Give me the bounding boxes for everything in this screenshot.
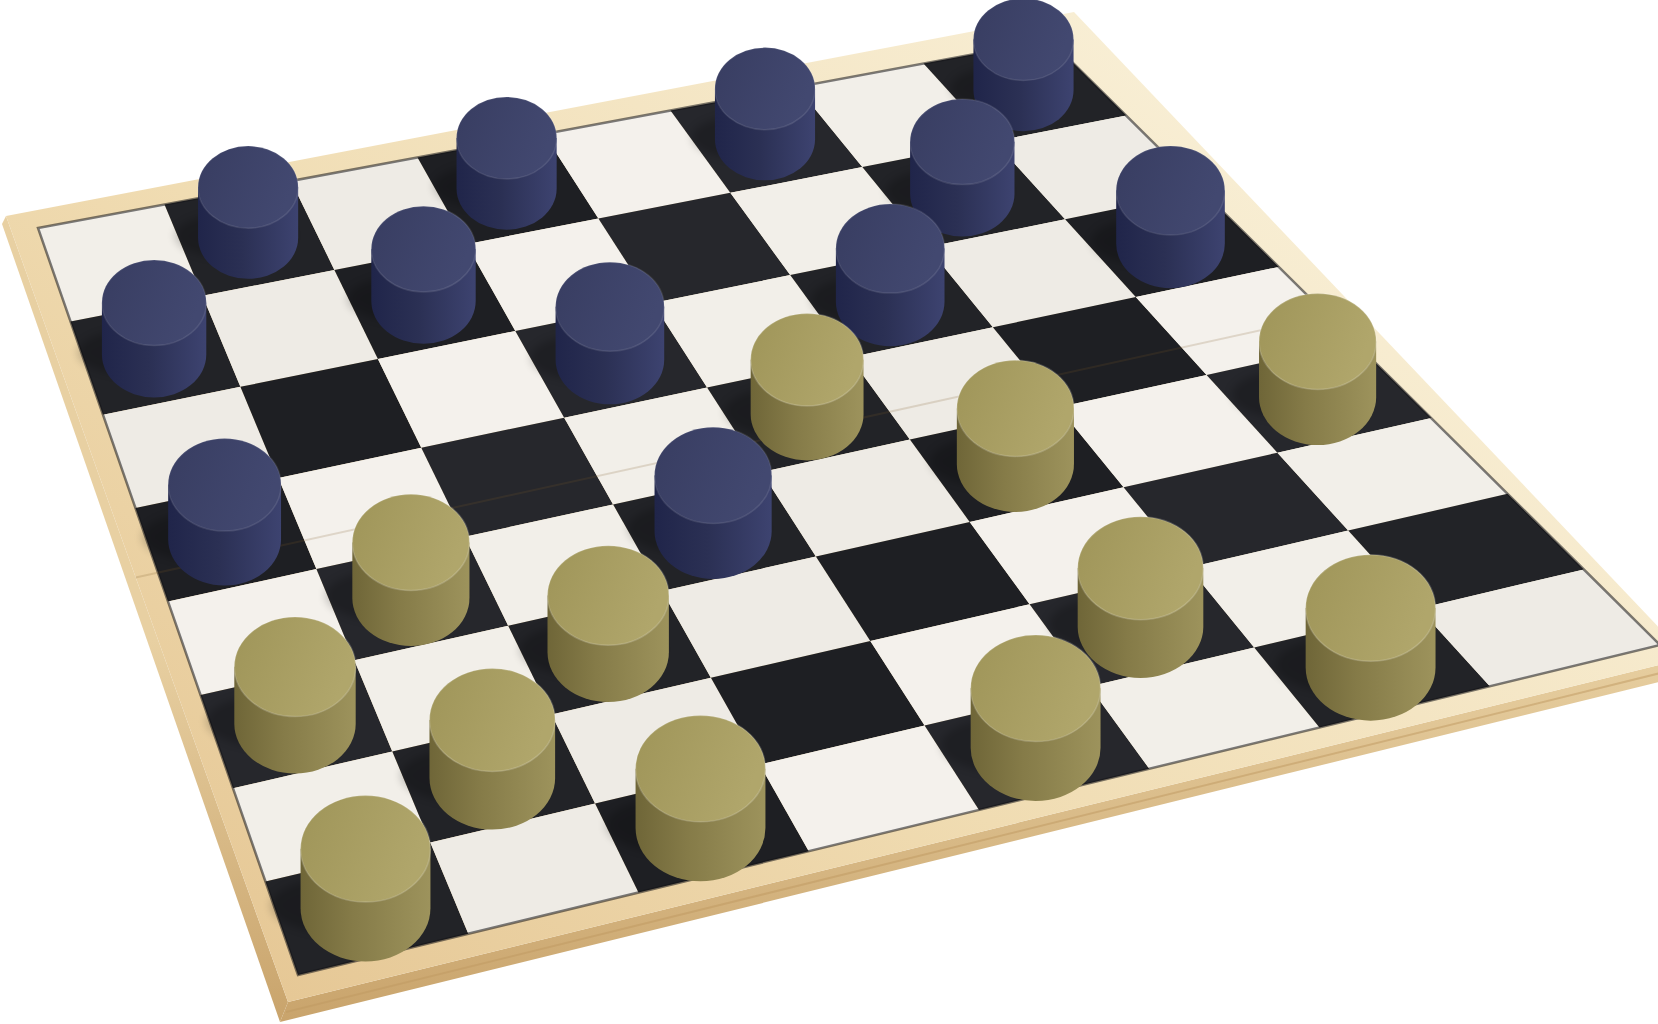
piece-top-face [973, 0, 1073, 81]
piece-top-face [1116, 146, 1225, 235]
piece-top-face [971, 635, 1101, 741]
piece-top-face [548, 546, 669, 646]
piece-top-face [102, 260, 206, 346]
piece-top-face [371, 206, 475, 292]
piece-top-face [234, 617, 355, 717]
piece-top-face [836, 204, 945, 293]
piece-top-face [957, 360, 1074, 456]
piece-top-face [556, 262, 665, 351]
piece-top-face [168, 439, 281, 532]
piece-top-face [1078, 517, 1204, 620]
piece-top-face [198, 146, 298, 228]
piece-top-face [715, 48, 815, 130]
piece-top-face [655, 427, 772, 523]
piece-top-face [1259, 293, 1376, 389]
piece-top-face [910, 99, 1014, 185]
piece-top-face [301, 796, 431, 902]
board-svg [0, 0, 1658, 1024]
piece-top-face [636, 715, 766, 821]
scene-stage [0, 0, 1658, 1024]
piece-top-face [352, 494, 469, 590]
piece-top-face [1306, 555, 1436, 661]
piece-top-face [429, 668, 555, 771]
piece-top-face [751, 313, 864, 406]
board-root [2, 0, 1658, 1022]
piece-top-face [457, 97, 557, 179]
